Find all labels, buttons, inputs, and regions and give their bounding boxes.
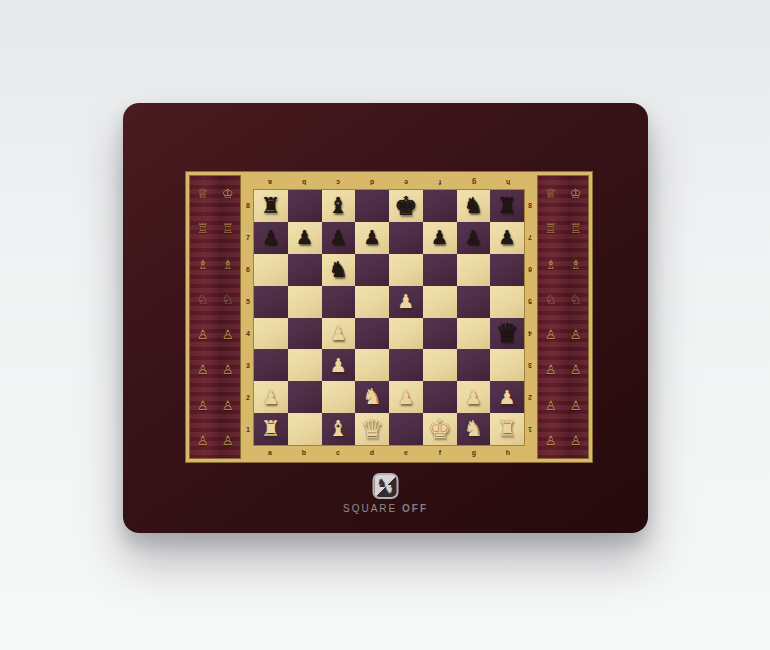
black-pawn[interactable]: ♟ [296, 228, 313, 247]
left-tray-slot-bishop: ♗ [222, 258, 234, 271]
right-tray-slot-pawn: ♙ [570, 363, 582, 376]
square-a7[interactable]: ♟ [254, 222, 288, 254]
rank-label-left-3: 3 [246, 362, 250, 369]
right-tray-slot-pawn: ♙ [545, 399, 557, 412]
right-tray-slot-bishop: ♗ [545, 258, 557, 271]
white-rook[interactable]: ♜ [261, 418, 281, 440]
black-rook[interactable]: ♜ [261, 195, 281, 217]
square-h6[interactable] [490, 254, 524, 286]
square-d3[interactable] [355, 349, 389, 381]
square-h3[interactable] [490, 349, 524, 381]
rank-labels-right: 87654321 [525, 189, 535, 446]
file-label-bottom-d: d [370, 449, 374, 456]
square-h1[interactable]: ♜ [490, 413, 524, 445]
square-e8[interactable]: ♚ [389, 190, 423, 222]
square-a3[interactable] [254, 349, 288, 381]
square-d4[interactable] [355, 318, 389, 350]
white-pawn[interactable]: ♟ [499, 388, 516, 407]
white-bishop[interactable]: ♝ [329, 418, 349, 440]
square-h2[interactable]: ♟ [490, 381, 524, 413]
black-knight[interactable]: ♞ [329, 259, 349, 281]
square-a1[interactable]: ♜ [254, 413, 288, 445]
black-rook[interactable]: ♜ [497, 195, 517, 217]
left-tray-slot-pawn: ♙ [197, 399, 209, 412]
square-e5[interactable]: ♟ [389, 286, 423, 318]
square-g8[interactable]: ♞ [457, 190, 491, 222]
square-g7[interactable]: ♟ [457, 222, 491, 254]
left-tray-slot-pawn: ♙ [222, 328, 234, 341]
square-g4[interactable] [457, 318, 491, 350]
square-h7[interactable]: ♟ [490, 222, 524, 254]
playing-area: abcdefgh 87654321 ♜♝♚♞♜♟♟♟♟♟♟♟♞♟♟♛♟♟♞♟♟♟… [243, 175, 535, 459]
square-f8[interactable] [423, 190, 457, 222]
white-pawn[interactable]: ♟ [262, 388, 279, 407]
file-labels-top: abcdefgh [253, 175, 525, 189]
square-e1[interactable] [389, 413, 423, 445]
black-pawn[interactable]: ♟ [465, 228, 482, 247]
square-g5[interactable] [457, 286, 491, 318]
right-tray-slot-bishop: ♗ [570, 258, 582, 271]
file-labels-bottom: abcdefgh [253, 446, 525, 459]
rank-label-right-3: 3 [528, 362, 532, 369]
square-a5[interactable] [254, 286, 288, 318]
file-label-bottom-f: f [439, 449, 441, 456]
black-queen[interactable]: ♛ [495, 320, 518, 346]
square-g1[interactable]: ♞ [457, 413, 491, 445]
rank-label-left-4: 4 [246, 330, 250, 337]
logo-word-off: OFF [402, 503, 428, 514]
left-tray-slot-pawn: ♙ [197, 328, 209, 341]
right-tray-slot-king: ♔ [570, 187, 582, 200]
square-c4[interactable]: ♟ [322, 318, 356, 350]
white-pawn[interactable]: ♟ [397, 292, 414, 311]
product-photo-background: ♕♔♖♖♗♗♘♘♙♙♙♙♙♙♙♙ abcdefgh 87654321 ♜♝♚♞♜… [0, 0, 770, 650]
left-tray-slot-pawn: ♙ [222, 363, 234, 376]
white-pawn[interactable]: ♟ [397, 388, 414, 407]
left-tray-slot-pawn: ♙ [197, 363, 209, 376]
square-d7[interactable]: ♟ [355, 222, 389, 254]
file-label-top-e: e [404, 179, 408, 186]
rank-label-right-8: 8 [528, 202, 532, 209]
white-knight[interactable]: ♞ [464, 418, 484, 440]
left-tray-slot-pawn: ♙ [222, 399, 234, 412]
square-f3[interactable] [423, 349, 457, 381]
square-b4[interactable] [288, 318, 322, 350]
square-c7[interactable]: ♟ [322, 222, 356, 254]
left-tray-slot-knight: ♘ [222, 293, 234, 306]
square-c2[interactable] [322, 381, 356, 413]
square-a8[interactable]: ♜ [254, 190, 288, 222]
right-tray-slot-pawn: ♙ [545, 363, 557, 376]
board-frame: ♕♔♖♖♗♗♘♘♙♙♙♙♙♙♙♙ abcdefgh 87654321 ♜♝♚♞♜… [123, 103, 648, 533]
square-d2[interactable]: ♞ [355, 381, 389, 413]
square-d5[interactable] [355, 286, 389, 318]
file-label-bottom-a: a [268, 449, 272, 456]
white-queen[interactable]: ♛ [360, 416, 383, 442]
board-grid: ♜♝♚♞♜♟♟♟♟♟♟♟♞♟♟♛♟♟♞♟♟♟♜♝♛♚♞♜ [253, 189, 525, 446]
right-tray-slot-pawn: ♙ [570, 434, 582, 447]
left-tray-slot-king: ♔ [222, 187, 234, 200]
file-label-bottom-h: h [506, 449, 510, 456]
logo-word-square: SQUARE [343, 503, 397, 514]
left-tray-slot-knight: ♘ [197, 293, 209, 306]
square-f5[interactable] [423, 286, 457, 318]
square-a2[interactable]: ♟ [254, 381, 288, 413]
rank-label-right-2: 2 [528, 394, 532, 401]
rank-label-left-5: 5 [246, 298, 250, 305]
file-label-top-f: f [439, 179, 441, 186]
square-f2[interactable] [423, 381, 457, 413]
left-tray-slot-pawn: ♙ [197, 434, 209, 447]
file-label-top-d: d [370, 179, 374, 186]
rank-label-left-7: 7 [246, 234, 250, 241]
black-pawn[interactable]: ♟ [330, 228, 347, 247]
right-tray-slot-knight: ♘ [545, 293, 557, 306]
square-f4[interactable] [423, 318, 457, 350]
rank-label-left-8: 8 [246, 202, 250, 209]
square-c8[interactable]: ♝ [322, 190, 356, 222]
rank-label-right-7: 7 [528, 234, 532, 241]
square-c3[interactable]: ♟ [322, 349, 356, 381]
right-tray-slot-pawn: ♙ [545, 328, 557, 341]
square-c5[interactable] [322, 286, 356, 318]
black-knight[interactable]: ♞ [464, 195, 484, 217]
square-c1[interactable]: ♝ [322, 413, 356, 445]
rank-label-right-4: 4 [528, 330, 532, 337]
square-a4[interactable] [254, 318, 288, 350]
left-tray-slot-pawn: ♙ [222, 434, 234, 447]
black-king[interactable]: ♚ [394, 193, 417, 219]
square-e7[interactable] [389, 222, 423, 254]
square-h8[interactable]: ♜ [490, 190, 524, 222]
square-f7[interactable]: ♟ [423, 222, 457, 254]
black-pawn[interactable]: ♟ [262, 228, 279, 247]
white-rook[interactable]: ♜ [497, 418, 517, 440]
left-tray-slot-rook: ♖ [222, 222, 234, 235]
square-g3[interactable] [457, 349, 491, 381]
square-d8[interactable] [355, 190, 389, 222]
square-b8[interactable] [288, 190, 322, 222]
square-h5[interactable] [490, 286, 524, 318]
file-label-top-a: a [268, 179, 272, 186]
squareoff-logo: ♞ ♞ SQUARE OFF [343, 473, 428, 514]
square-d1[interactable]: ♛ [355, 413, 389, 445]
square-b1[interactable] [288, 413, 322, 445]
square-f6[interactable] [423, 254, 457, 286]
file-label-top-c: c [336, 179, 340, 186]
rank-label-left-1: 1 [246, 426, 250, 433]
right-tray-slot-pawn: ♙ [545, 434, 557, 447]
file-label-top-h: h [506, 179, 510, 186]
square-e3[interactable] [389, 349, 423, 381]
square-g6[interactable] [457, 254, 491, 286]
right-tray-slot-pawn: ♙ [570, 399, 582, 412]
squareoff-logo-text: SQUARE OFF [343, 503, 428, 514]
square-h4[interactable]: ♛ [490, 318, 524, 350]
right-tray-slot-queen: ♕ [545, 187, 557, 200]
square-e2[interactable]: ♟ [389, 381, 423, 413]
left-tray-slot-bishop: ♗ [197, 258, 209, 271]
right-tray-slot-rook: ♖ [545, 222, 557, 235]
right-tray-slot-pawn: ♙ [570, 328, 582, 341]
left-tray-slot-rook: ♖ [197, 222, 209, 235]
square-f1[interactable]: ♚ [423, 413, 457, 445]
rank-label-right-1: 1 [528, 426, 532, 433]
rank-labels-left: 87654321 [243, 189, 253, 446]
board-row: 87654321 ♜♝♚♞♜♟♟♟♟♟♟♟♞♟♟♛♟♟♞♟♟♟♜♝♛♚♞♜ 87… [243, 189, 535, 446]
square-a6[interactable] [254, 254, 288, 286]
rank-label-left-6: 6 [246, 266, 250, 273]
file-label-bottom-c: c [336, 449, 340, 456]
squareoff-logo-icon: ♞ ♞ [372, 473, 398, 499]
black-pawn[interactable]: ♟ [364, 228, 381, 247]
file-label-bottom-e: e [404, 449, 408, 456]
board-inset: ♕♔♖♖♗♗♘♘♙♙♙♙♙♙♙♙ abcdefgh 87654321 ♜♝♚♞♜… [185, 171, 593, 463]
square-b6[interactable] [288, 254, 322, 286]
rank-label-right-5: 5 [528, 298, 532, 305]
white-knight[interactable]: ♞ [362, 386, 382, 408]
knight-icon: ♞ [384, 483, 395, 495]
right-tray-slot-rook: ♖ [570, 222, 582, 235]
square-b5[interactable] [288, 286, 322, 318]
square-b7[interactable]: ♟ [288, 222, 322, 254]
square-d6[interactable] [355, 254, 389, 286]
left-tray: ♕♔♖♖♗♗♘♘♙♙♙♙♙♙♙♙ [189, 175, 241, 459]
black-pawn[interactable]: ♟ [499, 228, 516, 247]
square-e6[interactable] [389, 254, 423, 286]
rank-label-right-6: 6 [528, 266, 532, 273]
square-g2[interactable]: ♟ [457, 381, 491, 413]
white-pawn[interactable]: ♟ [465, 388, 482, 407]
file-label-top-b: b [302, 179, 306, 186]
square-c6[interactable]: ♞ [322, 254, 356, 286]
black-bishop[interactable]: ♝ [329, 195, 349, 217]
white-pawn[interactable]: ♟ [330, 324, 347, 343]
white-pawn[interactable]: ♟ [330, 356, 347, 375]
rank-label-left-2: 2 [246, 394, 250, 401]
right-tray: ♕♔♖♖♗♗♘♘♙♙♙♙♙♙♙♙ [537, 175, 589, 459]
file-label-bottom-g: g [472, 449, 476, 456]
black-pawn[interactable]: ♟ [431, 228, 448, 247]
white-king[interactable]: ♚ [428, 416, 451, 442]
right-tray-slot-knight: ♘ [570, 293, 582, 306]
square-b3[interactable] [288, 349, 322, 381]
file-label-bottom-b: b [302, 449, 306, 456]
left-tray-slot-queen: ♕ [197, 187, 209, 200]
file-label-top-g: g [472, 179, 476, 186]
square-b2[interactable] [288, 381, 322, 413]
square-e4[interactable] [389, 318, 423, 350]
